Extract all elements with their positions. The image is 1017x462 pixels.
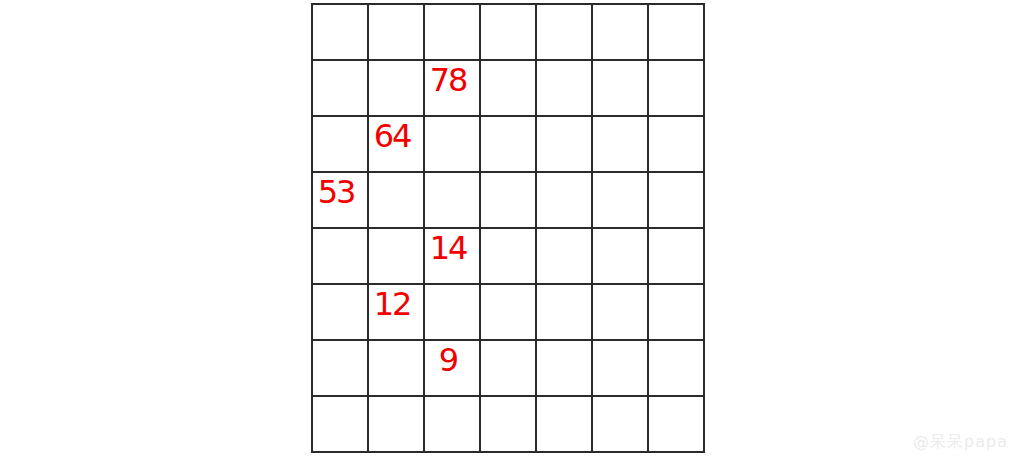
grid-cell[interactable] <box>593 229 647 283</box>
grid-cell[interactable] <box>537 61 591 115</box>
grid-cell[interactable] <box>649 397 703 451</box>
grid-cell[interactable] <box>313 397 367 451</box>
grid-cell[interactable] <box>537 229 591 283</box>
grid-cell[interactable] <box>593 117 647 171</box>
grid-cell[interactable]: 64 <box>369 117 423 171</box>
grid-cell[interactable] <box>313 5 367 59</box>
grid-cell[interactable] <box>537 285 591 339</box>
grid-cell[interactable] <box>537 5 591 59</box>
watermark: @呆呆papa <box>913 432 1008 453</box>
grid-cell[interactable] <box>425 173 479 227</box>
grid-cell[interactable] <box>369 61 423 115</box>
given-number: 9 <box>439 344 457 376</box>
grid-cell[interactable] <box>537 117 591 171</box>
grid-cell[interactable] <box>481 5 535 59</box>
grid-cell[interactable] <box>593 5 647 59</box>
grid-cell[interactable] <box>313 341 367 395</box>
grid-cell[interactable] <box>649 285 703 339</box>
grid-cell[interactable] <box>481 341 535 395</box>
grid-cell[interactable] <box>313 285 367 339</box>
grid-cell[interactable] <box>649 341 703 395</box>
grid-cell[interactable] <box>537 397 591 451</box>
grid-cell[interactable] <box>537 173 591 227</box>
grid-cell[interactable] <box>649 5 703 59</box>
grid-cell[interactable]: 53 <box>313 173 367 227</box>
grid-cell[interactable] <box>481 285 535 339</box>
grid-cell[interactable] <box>425 5 479 59</box>
grid-cell[interactable] <box>649 117 703 171</box>
grid-cell[interactable]: 12 <box>369 285 423 339</box>
grid-cell[interactable] <box>481 173 535 227</box>
grid-cell[interactable] <box>649 229 703 283</box>
grid-cell[interactable] <box>369 5 423 59</box>
grid-cell[interactable] <box>593 397 647 451</box>
given-number: 12 <box>374 288 411 320</box>
grid-cell[interactable] <box>369 173 423 227</box>
grid-cell[interactable] <box>425 117 479 171</box>
grid-cell[interactable] <box>313 117 367 171</box>
grid-cell[interactable] <box>593 341 647 395</box>
grid-cell[interactable]: 14 <box>425 229 479 283</box>
grid-cell[interactable] <box>593 173 647 227</box>
given-number: 78 <box>430 64 467 96</box>
grid-cell[interactable]: 9 <box>425 341 479 395</box>
grid-cell[interactable] <box>481 61 535 115</box>
grid-cell[interactable] <box>481 397 535 451</box>
grid-cell[interactable] <box>537 341 591 395</box>
grid-cell[interactable] <box>649 61 703 115</box>
grid-cell[interactable] <box>481 229 535 283</box>
grid-cell[interactable] <box>649 173 703 227</box>
grid-cell[interactable] <box>369 397 423 451</box>
board: 78645314129 <box>311 3 705 453</box>
given-number: 53 <box>318 176 355 208</box>
grid-cell[interactable] <box>313 61 367 115</box>
grid-cell[interactable] <box>369 341 423 395</box>
grid-cell[interactable] <box>313 229 367 283</box>
given-number: 64 <box>374 120 411 152</box>
grid-cell[interactable]: 78 <box>425 61 479 115</box>
given-number: 14 <box>430 232 467 264</box>
grid-cell[interactable] <box>425 397 479 451</box>
grid-cell[interactable] <box>425 285 479 339</box>
grid-cell[interactable] <box>369 229 423 283</box>
grid-cell[interactable] <box>593 285 647 339</box>
grid-cell[interactable] <box>593 61 647 115</box>
grid-cell[interactable] <box>481 117 535 171</box>
